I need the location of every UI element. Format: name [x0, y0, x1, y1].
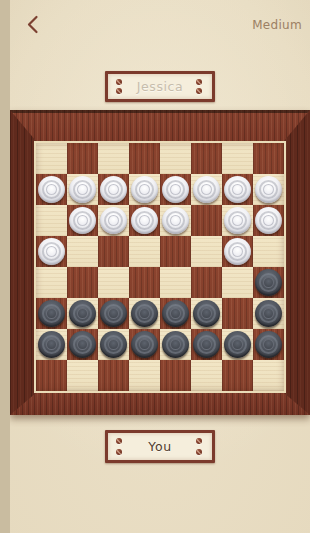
board-cell[interactable] [160, 205, 191, 236]
board-cell[interactable] [129, 205, 160, 236]
board-cell[interactable] [191, 205, 222, 236]
board-cell[interactable] [129, 174, 160, 205]
checkers-app-screen: Medium Jessica You [10, 0, 310, 533]
board-grid [36, 143, 284, 391]
board-frame-bottom [10, 393, 310, 415]
board-cell[interactable] [222, 205, 253, 236]
board-cell[interactable] [253, 267, 284, 298]
board-cell[interactable] [98, 267, 129, 298]
board-cell[interactable] [98, 298, 129, 329]
board-cell[interactable] [191, 174, 222, 205]
board-cell[interactable] [129, 267, 160, 298]
back-button[interactable] [18, 10, 46, 38]
board-cell[interactable] [191, 298, 222, 329]
white-checker[interactable] [131, 207, 158, 234]
white-checker[interactable] [38, 238, 65, 265]
board-cell[interactable] [160, 360, 191, 391]
black-checker[interactable] [224, 331, 251, 358]
board-cell[interactable] [67, 205, 98, 236]
black-checker[interactable] [162, 331, 189, 358]
black-checker[interactable] [193, 300, 220, 327]
board-cell[interactable] [98, 236, 129, 267]
black-checker[interactable] [255, 269, 282, 296]
black-checker[interactable] [38, 300, 65, 327]
board-cell[interactable] [67, 174, 98, 205]
white-checker[interactable] [38, 176, 65, 203]
difficulty-label: Medium [252, 18, 302, 32]
board-cell[interactable] [191, 360, 222, 391]
white-checker[interactable] [224, 238, 251, 265]
black-checker[interactable] [100, 331, 127, 358]
board-cell[interactable] [160, 174, 191, 205]
board-cell[interactable] [67, 143, 98, 174]
board-cell[interactable] [36, 267, 67, 298]
black-checker[interactable] [255, 331, 282, 358]
white-checker[interactable] [255, 207, 282, 234]
board-cell[interactable] [129, 236, 160, 267]
board-cell[interactable] [191, 267, 222, 298]
board-cell[interactable] [67, 236, 98, 267]
board-cell[interactable] [98, 143, 129, 174]
board-cell[interactable] [253, 236, 284, 267]
black-checker[interactable] [255, 300, 282, 327]
opponent-name: Jessica [108, 74, 212, 99]
board-cell[interactable] [191, 236, 222, 267]
board-cell[interactable] [98, 360, 129, 391]
board-play-area [34, 141, 286, 393]
board-cell[interactable] [160, 329, 191, 360]
board-cell[interactable] [36, 236, 67, 267]
chevron-left-icon [26, 15, 39, 34]
white-checker[interactable] [255, 176, 282, 203]
black-checker[interactable] [38, 331, 65, 358]
white-checker[interactable] [224, 176, 251, 203]
board-cell[interactable] [129, 143, 160, 174]
black-checker[interactable] [162, 300, 189, 327]
board-cell[interactable] [67, 267, 98, 298]
board-cell[interactable] [160, 267, 191, 298]
board-cell[interactable] [160, 298, 191, 329]
white-checker[interactable] [131, 176, 158, 203]
board-cell[interactable] [253, 174, 284, 205]
board-cell[interactable] [36, 205, 67, 236]
board-cell[interactable] [67, 360, 98, 391]
black-checker[interactable] [69, 300, 96, 327]
board-cell[interactable] [222, 174, 253, 205]
board-cell[interactable] [98, 329, 129, 360]
board-cell[interactable] [222, 267, 253, 298]
black-checker[interactable] [193, 331, 220, 358]
black-checker[interactable] [131, 300, 158, 327]
black-checker[interactable] [69, 331, 96, 358]
board-cell[interactable] [253, 298, 284, 329]
white-checker[interactable] [100, 207, 127, 234]
board-cell[interactable] [67, 298, 98, 329]
checkers-board [10, 110, 310, 415]
board-cell[interactable] [253, 329, 284, 360]
board-cell[interactable] [160, 143, 191, 174]
board-cell[interactable] [129, 298, 160, 329]
white-checker[interactable] [162, 207, 189, 234]
board-cell[interactable] [129, 329, 160, 360]
white-checker[interactable] [162, 176, 189, 203]
board-cell[interactable] [98, 174, 129, 205]
board-cell[interactable] [253, 205, 284, 236]
white-checker[interactable] [224, 207, 251, 234]
board-cell[interactable] [222, 329, 253, 360]
board-cell[interactable] [36, 360, 67, 391]
opponent-nameplate: Jessica [105, 71, 215, 102]
board-cell[interactable] [160, 236, 191, 267]
player-name: You [108, 433, 212, 460]
board-cell[interactable] [67, 329, 98, 360]
white-checker[interactable] [69, 207, 96, 234]
board-cell[interactable] [222, 360, 253, 391]
player-nameplate: You [105, 430, 215, 463]
board-cell[interactable] [98, 205, 129, 236]
black-checker[interactable] [131, 331, 158, 358]
board-cell[interactable] [253, 143, 284, 174]
board-cell[interactable] [191, 143, 222, 174]
board-cell[interactable] [36, 174, 67, 205]
board-cell[interactable] [222, 298, 253, 329]
white-checker[interactable] [193, 176, 220, 203]
board-cell[interactable] [253, 360, 284, 391]
board-cell[interactable] [191, 329, 222, 360]
board-cell[interactable] [129, 360, 160, 391]
board-cell[interactable] [222, 236, 253, 267]
black-checker[interactable] [100, 300, 127, 327]
board-cell[interactable] [36, 329, 67, 360]
board-cell[interactable] [222, 143, 253, 174]
board-frame-top [10, 110, 310, 141]
white-checker[interactable] [100, 176, 127, 203]
board-cell[interactable] [36, 143, 67, 174]
board-cell[interactable] [36, 298, 67, 329]
white-checker[interactable] [69, 176, 96, 203]
